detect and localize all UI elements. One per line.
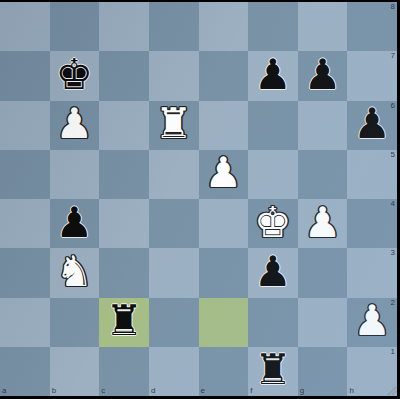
square-h6[interactable]: ♟6 xyxy=(347,101,397,150)
rank-label-3: 3 xyxy=(391,249,395,257)
square-a5[interactable] xyxy=(0,150,50,199)
piece-black-pawn[interactable]: ♟ xyxy=(56,202,94,244)
file-label-a: a xyxy=(2,387,6,395)
chess-board: 8♚♟♟7♟♜♟6♟5♟♚♟4♞♟3♜♟2abcde♜fgh1 xyxy=(0,2,397,396)
resize-handle-icon[interactable] xyxy=(387,386,397,396)
square-a8[interactable] xyxy=(0,2,50,51)
square-g1[interactable]: g xyxy=(298,347,348,396)
square-d1[interactable]: d xyxy=(149,347,199,396)
file-label-d: d xyxy=(151,387,155,395)
square-e5[interactable]: ♟ xyxy=(199,150,249,199)
piece-black-pawn[interactable]: ♟ xyxy=(254,54,292,96)
square-b3[interactable]: ♞ xyxy=(50,248,100,297)
square-e8[interactable] xyxy=(199,2,249,51)
square-g5[interactable] xyxy=(298,150,348,199)
piece-white-pawn[interactable]: ♟ xyxy=(353,300,391,342)
square-d4[interactable] xyxy=(149,199,199,248)
square-b7[interactable]: ♚ xyxy=(50,51,100,100)
square-e6[interactable] xyxy=(199,101,249,150)
square-b1[interactable]: b xyxy=(50,347,100,396)
square-a4[interactable] xyxy=(0,199,50,248)
rank-label-1: 1 xyxy=(391,348,395,356)
piece-black-pawn[interactable]: ♟ xyxy=(353,103,391,145)
piece-black-pawn[interactable]: ♟ xyxy=(304,54,342,96)
square-c1[interactable]: c xyxy=(99,347,149,396)
rank-label-5: 5 xyxy=(391,151,395,159)
rank-label-2: 2 xyxy=(391,299,395,307)
square-f7[interactable]: ♟ xyxy=(248,51,298,100)
square-d2[interactable] xyxy=(149,298,199,347)
square-c8[interactable] xyxy=(99,2,149,51)
square-a6[interactable] xyxy=(0,101,50,150)
square-b2[interactable] xyxy=(50,298,100,347)
square-g4[interactable]: ♟ xyxy=(298,199,348,248)
square-h7[interactable]: 7 xyxy=(347,51,397,100)
square-b5[interactable] xyxy=(50,150,100,199)
rank-label-7: 7 xyxy=(391,52,395,60)
square-f2[interactable] xyxy=(248,298,298,347)
square-h3[interactable]: 3 xyxy=(347,248,397,297)
square-f1[interactable]: ♜f xyxy=(248,347,298,396)
square-g2[interactable] xyxy=(298,298,348,347)
square-h5[interactable]: 5 xyxy=(347,150,397,199)
square-f3[interactable]: ♟ xyxy=(248,248,298,297)
file-label-c: c xyxy=(101,387,105,395)
file-label-h: h xyxy=(349,387,353,395)
square-a2[interactable] xyxy=(0,298,50,347)
file-label-g: g xyxy=(300,387,304,395)
square-g3[interactable] xyxy=(298,248,348,297)
square-g8[interactable] xyxy=(298,2,348,51)
square-b6[interactable]: ♟ xyxy=(50,101,100,150)
square-h4[interactable]: 4 xyxy=(347,199,397,248)
rank-label-8: 8 xyxy=(391,3,395,11)
square-b4[interactable]: ♟ xyxy=(50,199,100,248)
piece-black-king[interactable]: ♚ xyxy=(56,54,94,96)
square-d3[interactable] xyxy=(149,248,199,297)
piece-black-pawn[interactable]: ♟ xyxy=(254,251,292,293)
piece-white-pawn[interactable]: ♟ xyxy=(204,152,242,194)
square-g7[interactable]: ♟ xyxy=(298,51,348,100)
square-a1[interactable]: a xyxy=(0,347,50,396)
square-d7[interactable] xyxy=(149,51,199,100)
rank-label-6: 6 xyxy=(391,102,395,110)
square-c5[interactable] xyxy=(99,150,149,199)
piece-white-rook[interactable]: ♜ xyxy=(155,103,193,145)
square-h8[interactable]: 8 xyxy=(347,2,397,51)
square-c7[interactable] xyxy=(99,51,149,100)
square-g6[interactable] xyxy=(298,101,348,150)
square-c2[interactable]: ♜ xyxy=(99,298,149,347)
file-label-f: f xyxy=(250,387,252,395)
square-f5[interactable] xyxy=(248,150,298,199)
square-f4[interactable]: ♚ xyxy=(248,199,298,248)
piece-black-rook[interactable]: ♜ xyxy=(254,349,292,391)
square-f8[interactable] xyxy=(248,2,298,51)
piece-white-knight[interactable]: ♞ xyxy=(56,251,94,293)
square-e7[interactable] xyxy=(199,51,249,100)
square-h2[interactable]: ♟2 xyxy=(347,298,397,347)
piece-white-pawn[interactable]: ♟ xyxy=(304,202,342,244)
square-e4[interactable] xyxy=(199,199,249,248)
square-e3[interactable] xyxy=(199,248,249,297)
file-label-b: b xyxy=(52,387,56,395)
square-c4[interactable] xyxy=(99,199,149,248)
square-b8[interactable] xyxy=(50,2,100,51)
square-c3[interactable] xyxy=(99,248,149,297)
square-d5[interactable] xyxy=(149,150,199,199)
square-a3[interactable] xyxy=(0,248,50,297)
rank-label-4: 4 xyxy=(391,200,395,208)
piece-black-rook[interactable]: ♜ xyxy=(105,300,143,342)
piece-white-pawn[interactable]: ♟ xyxy=(56,103,94,145)
file-label-e: e xyxy=(201,387,205,395)
square-e2[interactable] xyxy=(199,298,249,347)
square-a7[interactable] xyxy=(0,51,50,100)
square-d8[interactable] xyxy=(149,2,199,51)
square-d6[interactable]: ♜ xyxy=(149,101,199,150)
square-e1[interactable]: e xyxy=(199,347,249,396)
square-c6[interactable] xyxy=(99,101,149,150)
square-f6[interactable] xyxy=(248,101,298,150)
piece-white-king[interactable]: ♚ xyxy=(254,202,292,244)
